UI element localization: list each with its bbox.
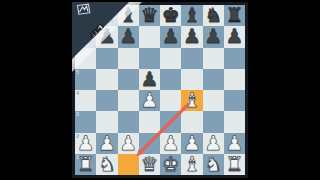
piece-wp-f2[interactable]: ♟ xyxy=(183,133,201,154)
square-g7[interactable]: ♟ xyxy=(203,26,224,47)
square-e7[interactable]: ♟ xyxy=(160,26,181,47)
square-g5[interactable] xyxy=(203,69,224,90)
square-f1[interactable]: ♝ xyxy=(181,154,202,175)
square-h6[interactable] xyxy=(224,48,245,69)
square-a1[interactable]: 1♜ xyxy=(75,154,96,175)
square-h3[interactable] xyxy=(224,111,245,132)
rank-label-3: 3 xyxy=(76,111,79,117)
square-c7[interactable]: ♟ xyxy=(118,26,139,47)
square-b5[interactable] xyxy=(96,69,117,90)
square-a5[interactable]: 5 xyxy=(75,69,96,90)
piece-bq-d8[interactable]: ♛ xyxy=(140,5,158,26)
rank-label-1: 1 xyxy=(76,154,79,160)
square-h1[interactable]: ♜ xyxy=(224,154,245,175)
square-h5[interactable] xyxy=(224,69,245,90)
square-d4[interactable]: ♟ xyxy=(139,90,160,111)
square-g1[interactable]: ♞ xyxy=(203,154,224,175)
square-f3[interactable] xyxy=(181,111,202,132)
piece-bk-e8[interactable]: ♚ xyxy=(162,5,180,26)
square-h4[interactable] xyxy=(224,90,245,111)
square-c3[interactable] xyxy=(118,111,139,132)
piece-bp-d5[interactable]: ♟ xyxy=(140,69,158,90)
square-a3[interactable]: 3 xyxy=(75,111,96,132)
piece-wp-a2[interactable]: ♟ xyxy=(77,133,95,154)
square-b6[interactable] xyxy=(96,48,117,69)
piece-wp-d4[interactable]: ♟ xyxy=(140,90,158,111)
piece-wb-f4[interactable]: ♝ xyxy=(183,90,201,111)
piece-wp-c2[interactable]: ♟ xyxy=(119,133,137,154)
square-d1[interactable]: ♛ xyxy=(139,154,160,175)
square-f4[interactable]: ♝ xyxy=(181,90,202,111)
square-h7[interactable]: ♟ xyxy=(224,26,245,47)
piece-wp-g2[interactable]: ♟ xyxy=(204,133,222,154)
piece-br-h8[interactable]: ♜ xyxy=(225,5,243,26)
piece-bp-f7[interactable]: ♟ xyxy=(183,26,201,47)
square-g4[interactable] xyxy=(203,90,224,111)
piece-bb-f8[interactable]: ♝ xyxy=(183,5,201,26)
square-c5[interactable] xyxy=(118,69,139,90)
rank-label-2: 2 xyxy=(76,133,79,139)
square-d7[interactable] xyxy=(139,26,160,47)
square-b3[interactable] xyxy=(96,111,117,132)
piece-bp-e7[interactable]: ♟ xyxy=(162,26,180,47)
piece-wn-g1[interactable]: ♞ xyxy=(204,154,222,175)
square-f7[interactable]: ♟ xyxy=(181,26,202,47)
square-e3[interactable] xyxy=(160,111,181,132)
square-f8[interactable]: ♝ xyxy=(181,5,202,26)
square-g8[interactable]: ♞ xyxy=(203,5,224,26)
piece-bp-g7[interactable]: ♟ xyxy=(204,26,222,47)
square-c2[interactable]: ♟ xyxy=(118,133,139,154)
corner-logo-icon xyxy=(75,3,92,16)
square-c1[interactable] xyxy=(118,154,139,175)
piece-wn-b1[interactable]: ♞ xyxy=(98,154,116,175)
square-a2[interactable]: 2♟ xyxy=(75,133,96,154)
square-d2[interactable] xyxy=(139,133,160,154)
square-c6[interactable] xyxy=(118,48,139,69)
piece-wp-e2[interactable]: ♟ xyxy=(162,133,180,154)
square-d5[interactable]: ♟ xyxy=(139,69,160,90)
piece-bp-h7[interactable]: ♟ xyxy=(225,26,243,47)
square-b2[interactable]: ♟ xyxy=(96,133,117,154)
square-f2[interactable]: ♟ xyxy=(181,133,202,154)
square-g6[interactable] xyxy=(203,48,224,69)
square-g3[interactable] xyxy=(203,111,224,132)
square-c4[interactable] xyxy=(118,90,139,111)
square-h8[interactable]: ♜ xyxy=(224,5,245,26)
square-e1[interactable]: ♚ xyxy=(160,154,181,175)
square-d8[interactable]: ♛ xyxy=(139,5,160,26)
square-h2[interactable]: ♟ xyxy=(224,133,245,154)
square-e6[interactable] xyxy=(160,48,181,69)
piece-bp-c7[interactable]: ♟ xyxy=(119,26,137,47)
square-b4[interactable] xyxy=(96,90,117,111)
rank-label-4: 4 xyxy=(76,90,79,96)
piece-wr-a1[interactable]: ♜ xyxy=(77,154,95,175)
square-b1[interactable]: ♞ xyxy=(96,154,117,175)
piece-wk-e1[interactable]: ♚ xyxy=(162,154,180,175)
square-f6[interactable] xyxy=(181,48,202,69)
rank-label-5: 5 xyxy=(76,69,79,75)
piece-wq-d1[interactable]: ♛ xyxy=(140,154,158,175)
square-e4[interactable] xyxy=(160,90,181,111)
square-e8[interactable]: ♚ xyxy=(160,5,181,26)
piece-wr-h1[interactable]: ♜ xyxy=(225,154,243,175)
piece-wb-f1[interactable]: ♝ xyxy=(183,154,201,175)
square-d6[interactable] xyxy=(139,48,160,69)
square-a4[interactable]: 4 xyxy=(75,90,96,111)
square-e2[interactable]: ♟ xyxy=(160,133,181,154)
square-d3[interactable] xyxy=(139,111,160,132)
square-e5[interactable] xyxy=(160,69,181,90)
board-frame: 8♜♞♝♛♚♝♞♜7♟♟♟♟♟♟♟65♟4♟♝32♟♟♟♟♟♟♟1♜♞♛♚♝♞♜… xyxy=(72,2,248,178)
piece-wp-h2[interactable]: ♟ xyxy=(225,133,243,154)
square-f5[interactable] xyxy=(181,69,202,90)
square-g2[interactable]: ♟ xyxy=(203,133,224,154)
piece-wp-b2[interactable]: ♟ xyxy=(98,133,116,154)
piece-bn-g8[interactable]: ♞ xyxy=(204,5,222,26)
